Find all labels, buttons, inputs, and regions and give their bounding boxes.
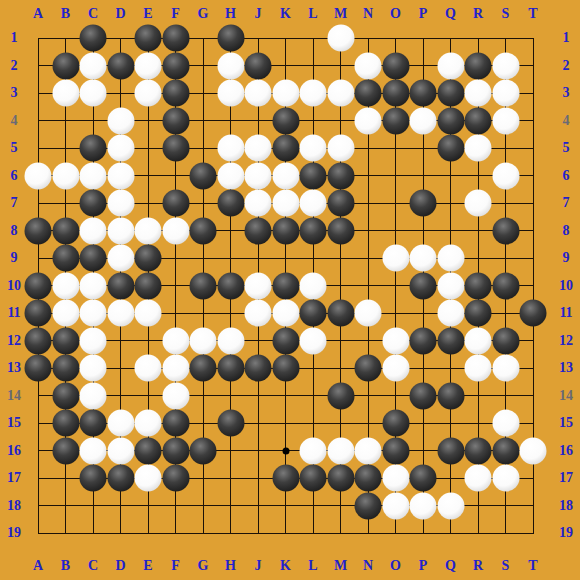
stone-white-A6[interactable]: [25, 162, 52, 189]
stone-white-H3[interactable]: [217, 80, 244, 107]
stone-white-N16[interactable]: [355, 437, 382, 464]
stone-black-E10[interactable]: [135, 272, 162, 299]
stone-black-C7[interactable]: [80, 190, 107, 217]
stone-black-G10[interactable]: [190, 272, 217, 299]
stone-black-L8[interactable]: [300, 217, 327, 244]
row-label-right: 19: [559, 526, 573, 540]
stone-white-S15[interactable]: [492, 410, 519, 437]
stone-white-H12[interactable]: [217, 327, 244, 354]
stone-white-P18[interactable]: [410, 492, 437, 519]
column-label-top: P: [419, 7, 428, 21]
stone-black-N13[interactable]: [355, 355, 382, 382]
column-label-bottom: T: [528, 559, 537, 573]
stone-white-C10[interactable]: [80, 272, 107, 299]
stone-white-C11[interactable]: [80, 300, 107, 327]
stone-white-C2[interactable]: [80, 52, 107, 79]
stone-black-E1[interactable]: [135, 25, 162, 52]
column-label-top: D: [115, 7, 125, 21]
column-label-bottom: N: [363, 559, 373, 573]
stone-white-B11[interactable]: [52, 300, 79, 327]
stone-black-H13[interactable]: [217, 355, 244, 382]
stone-black-A8[interactable]: [25, 217, 52, 244]
stone-black-N18[interactable]: [355, 492, 382, 519]
stone-white-L3[interactable]: [300, 80, 327, 107]
stone-black-K17[interactable]: [272, 465, 299, 492]
stone-black-R2[interactable]: [465, 52, 492, 79]
row-label-right: 18: [559, 499, 573, 513]
grid-line-horizontal: [38, 38, 534, 39]
stone-white-F8[interactable]: [162, 217, 189, 244]
column-label-bottom: E: [143, 559, 152, 573]
stone-black-A11[interactable]: [25, 300, 52, 327]
stone-black-B8[interactable]: [52, 217, 79, 244]
stone-white-F13[interactable]: [162, 355, 189, 382]
stone-black-E16[interactable]: [135, 437, 162, 464]
stone-black-B16[interactable]: [52, 437, 79, 464]
stone-black-P3[interactable]: [410, 80, 437, 107]
stone-black-R11[interactable]: [465, 300, 492, 327]
row-label-right: 17: [559, 471, 573, 485]
stone-black-C9[interactable]: [80, 245, 107, 272]
column-label-bottom: Q: [445, 559, 456, 573]
column-label-top: R: [473, 7, 483, 21]
stone-white-L7[interactable]: [300, 190, 327, 217]
stone-white-K7[interactable]: [272, 190, 299, 217]
row-label-right: 9: [563, 251, 570, 265]
row-label-right: 4: [563, 114, 570, 128]
stone-white-Q10[interactable]: [437, 272, 464, 299]
stone-white-C8[interactable]: [80, 217, 107, 244]
stone-black-K8[interactable]: [272, 217, 299, 244]
stone-white-O12[interactable]: [382, 327, 409, 354]
stone-black-B15[interactable]: [52, 410, 79, 437]
row-label-right: 5: [563, 141, 570, 155]
stone-black-K4[interactable]: [272, 107, 299, 134]
stone-black-K12[interactable]: [272, 327, 299, 354]
row-label-right: 15: [559, 416, 573, 430]
stone-white-E15[interactable]: [135, 410, 162, 437]
stone-black-B9[interactable]: [52, 245, 79, 272]
stone-black-O2[interactable]: [382, 52, 409, 79]
stone-white-K11[interactable]: [272, 300, 299, 327]
row-label-left: 6: [11, 169, 18, 183]
stone-white-G12[interactable]: [190, 327, 217, 354]
stone-white-D6[interactable]: [107, 162, 134, 189]
stone-white-N2[interactable]: [355, 52, 382, 79]
column-label-top: G: [198, 7, 209, 21]
stone-white-C14[interactable]: [80, 382, 107, 409]
stone-black-P12[interactable]: [410, 327, 437, 354]
stone-black-H1[interactable]: [217, 25, 244, 52]
stone-black-Q5[interactable]: [437, 135, 464, 162]
stone-white-O9[interactable]: [382, 245, 409, 272]
row-label-right: 12: [559, 334, 573, 348]
stone-black-G16[interactable]: [190, 437, 217, 464]
stone-white-L16[interactable]: [300, 437, 327, 464]
stone-white-P4[interactable]: [410, 107, 437, 134]
stone-white-S6[interactable]: [492, 162, 519, 189]
stone-white-O18[interactable]: [382, 492, 409, 519]
stone-black-S16[interactable]: [492, 437, 519, 464]
row-label-right: 1: [563, 31, 570, 45]
row-label-left: 4: [11, 114, 18, 128]
stone-white-S13[interactable]: [492, 355, 519, 382]
column-label-top: B: [61, 7, 70, 21]
stone-white-P9[interactable]: [410, 245, 437, 272]
row-label-left: 7: [11, 196, 18, 210]
row-label-left: 17: [7, 471, 21, 485]
stone-white-R7[interactable]: [465, 190, 492, 217]
stone-white-T16[interactable]: [520, 437, 547, 464]
stone-black-G8[interactable]: [190, 217, 217, 244]
column-label-top: S: [502, 7, 510, 21]
stone-white-E3[interactable]: [135, 80, 162, 107]
stone-white-E8[interactable]: [135, 217, 162, 244]
stone-white-C3[interactable]: [80, 80, 107, 107]
column-label-bottom: H: [225, 559, 236, 573]
column-label-bottom: C: [88, 559, 98, 573]
stone-white-Q11[interactable]: [437, 300, 464, 327]
stone-black-R16[interactable]: [465, 437, 492, 464]
column-label-bottom: D: [115, 559, 125, 573]
stone-black-C15[interactable]: [80, 410, 107, 437]
stone-white-C16[interactable]: [80, 437, 107, 464]
stone-black-K13[interactable]: [272, 355, 299, 382]
stone-black-F2[interactable]: [162, 52, 189, 79]
column-label-bottom: R: [473, 559, 483, 573]
row-label-right: 6: [563, 169, 570, 183]
stone-white-H5[interactable]: [217, 135, 244, 162]
stone-black-F16[interactable]: [162, 437, 189, 464]
stone-white-B10[interactable]: [52, 272, 79, 299]
stone-black-P14[interactable]: [410, 382, 437, 409]
column-label-top: K: [280, 7, 291, 21]
stone-black-Q16[interactable]: [437, 437, 464, 464]
row-label-left: 15: [7, 416, 21, 430]
stone-white-J6[interactable]: [245, 162, 272, 189]
stone-black-B12[interactable]: [52, 327, 79, 354]
stone-white-E2[interactable]: [135, 52, 162, 79]
row-label-left: 8: [11, 224, 18, 238]
stone-black-O15[interactable]: [382, 410, 409, 437]
stone-black-A12[interactable]: [25, 327, 52, 354]
stone-black-M7[interactable]: [327, 190, 354, 217]
row-label-right: 8: [563, 224, 570, 238]
stone-white-F12[interactable]: [162, 327, 189, 354]
column-label-bottom: J: [255, 559, 262, 573]
stone-black-H10[interactable]: [217, 272, 244, 299]
stone-white-L5[interactable]: [300, 135, 327, 162]
stone-white-E13[interactable]: [135, 355, 162, 382]
row-label-left: 18: [7, 499, 21, 513]
row-label-left: 19: [7, 526, 21, 540]
stone-black-F7[interactable]: [162, 190, 189, 217]
stone-white-H6[interactable]: [217, 162, 244, 189]
column-label-bottom: M: [334, 559, 347, 573]
column-label-top: N: [363, 7, 373, 21]
column-label-top: T: [528, 7, 537, 21]
stone-black-P10[interactable]: [410, 272, 437, 299]
column-label-bottom: B: [61, 559, 70, 573]
stone-white-S17[interactable]: [492, 465, 519, 492]
stone-white-J3[interactable]: [245, 80, 272, 107]
column-label-top: A: [33, 7, 43, 21]
stone-black-R10[interactable]: [465, 272, 492, 299]
stone-white-B3[interactable]: [52, 80, 79, 107]
stone-black-F15[interactable]: [162, 410, 189, 437]
stone-white-C12[interactable]: [80, 327, 107, 354]
stone-white-C6[interactable]: [80, 162, 107, 189]
row-label-left: 1: [11, 31, 18, 45]
stone-black-E9[interactable]: [135, 245, 162, 272]
stone-black-M6[interactable]: [327, 162, 354, 189]
stone-black-L17[interactable]: [300, 465, 327, 492]
stone-white-K3[interactable]: [272, 80, 299, 107]
row-label-right: 14: [559, 389, 573, 403]
stone-white-R17[interactable]: [465, 465, 492, 492]
stone-black-F4[interactable]: [162, 107, 189, 134]
stone-white-B6[interactable]: [52, 162, 79, 189]
column-label-top: O: [390, 7, 401, 21]
stone-white-S4[interactable]: [492, 107, 519, 134]
row-label-left: 9: [11, 251, 18, 265]
stone-white-R13[interactable]: [465, 355, 492, 382]
column-label-bottom: O: [390, 559, 401, 573]
stone-black-B2[interactable]: [52, 52, 79, 79]
stone-white-D7[interactable]: [107, 190, 134, 217]
stone-black-Q14[interactable]: [437, 382, 464, 409]
stone-black-M8[interactable]: [327, 217, 354, 244]
stone-black-O3[interactable]: [382, 80, 409, 107]
stone-white-C13[interactable]: [80, 355, 107, 382]
column-label-bottom: K: [280, 559, 291, 573]
stone-black-H7[interactable]: [217, 190, 244, 217]
stone-black-S12[interactable]: [492, 327, 519, 354]
row-label-right: 7: [563, 196, 570, 210]
stone-white-D15[interactable]: [107, 410, 134, 437]
stone-white-O17[interactable]: [382, 465, 409, 492]
column-label-top: H: [225, 7, 236, 21]
stone-black-O4[interactable]: [382, 107, 409, 134]
column-label-bottom: S: [502, 559, 510, 573]
stone-white-M1[interactable]: [327, 25, 354, 52]
stone-white-S3[interactable]: [492, 80, 519, 107]
stone-white-M3[interactable]: [327, 80, 354, 107]
stone-black-F5[interactable]: [162, 135, 189, 162]
column-label-top: C: [88, 7, 98, 21]
stone-black-N17[interactable]: [355, 465, 382, 492]
column-label-bottom: P: [419, 559, 428, 573]
column-label-bottom: A: [33, 559, 43, 573]
stone-white-R3[interactable]: [465, 80, 492, 107]
stone-white-N4[interactable]: [355, 107, 382, 134]
stone-white-J7[interactable]: [245, 190, 272, 217]
stone-black-F3[interactable]: [162, 80, 189, 107]
stone-black-G6[interactable]: [190, 162, 217, 189]
column-label-bottom: G: [198, 559, 209, 573]
row-label-left: 11: [7, 306, 20, 320]
stone-white-E11[interactable]: [135, 300, 162, 327]
stone-black-C17[interactable]: [80, 465, 107, 492]
stone-black-P7[interactable]: [410, 190, 437, 217]
stone-black-F17[interactable]: [162, 465, 189, 492]
row-label-left: 10: [7, 279, 21, 293]
column-label-top: L: [308, 7, 317, 21]
row-label-left: 2: [11, 59, 18, 73]
stone-white-O13[interactable]: [382, 355, 409, 382]
column-label-top: F: [171, 7, 180, 21]
stone-black-J2[interactable]: [245, 52, 272, 79]
stone-black-B13[interactable]: [52, 355, 79, 382]
stone-white-Q9[interactable]: [437, 245, 464, 272]
stone-white-J10[interactable]: [245, 272, 272, 299]
stone-black-F1[interactable]: [162, 25, 189, 52]
stone-black-J13[interactable]: [245, 355, 272, 382]
star-point: [282, 447, 289, 454]
stone-black-O16[interactable]: [382, 437, 409, 464]
stone-black-T11[interactable]: [520, 300, 547, 327]
stone-black-M14[interactable]: [327, 382, 354, 409]
stone-white-Q2[interactable]: [437, 52, 464, 79]
stone-black-K10[interactable]: [272, 272, 299, 299]
stone-black-M11[interactable]: [327, 300, 354, 327]
stone-black-K5[interactable]: [272, 135, 299, 162]
stone-white-D16[interactable]: [107, 437, 134, 464]
row-label-right: 10: [559, 279, 573, 293]
stone-black-Q4[interactable]: [437, 107, 464, 134]
stone-black-L6[interactable]: [300, 162, 327, 189]
stone-white-D11[interactable]: [107, 300, 134, 327]
stone-white-M16[interactable]: [327, 437, 354, 464]
column-label-bottom: L: [308, 559, 317, 573]
column-label-top: Q: [445, 7, 456, 21]
stone-black-R4[interactable]: [465, 107, 492, 134]
stone-black-C1[interactable]: [80, 25, 107, 52]
stone-black-A13[interactable]: [25, 355, 52, 382]
row-label-left: 12: [7, 334, 21, 348]
column-label-top: J: [255, 7, 262, 21]
stone-white-S2[interactable]: [492, 52, 519, 79]
stone-white-M5[interactable]: [327, 135, 354, 162]
stone-black-D2[interactable]: [107, 52, 134, 79]
stone-white-K6[interactable]: [272, 162, 299, 189]
stone-black-Q12[interactable]: [437, 327, 464, 354]
stone-white-E17[interactable]: [135, 465, 162, 492]
stone-white-F14[interactable]: [162, 382, 189, 409]
row-label-left: 3: [11, 86, 18, 100]
stone-black-H15[interactable]: [217, 410, 244, 437]
row-label-right: 11: [559, 306, 572, 320]
row-label-right: 3: [563, 86, 570, 100]
column-label-top: E: [143, 7, 152, 21]
row-label-left: 16: [7, 444, 21, 458]
stone-black-S10[interactable]: [492, 272, 519, 299]
row-label-left: 5: [11, 141, 18, 155]
stone-white-J5[interactable]: [245, 135, 272, 162]
stone-white-D4[interactable]: [107, 107, 134, 134]
stone-white-R5[interactable]: [465, 135, 492, 162]
stone-white-H2[interactable]: [217, 52, 244, 79]
column-label-top: M: [334, 7, 347, 21]
go-board[interactable]: AABBCCDDEEFFGGHHJJKKLLMMNNOOPPQQRRSSTT11…: [0, 0, 580, 580]
stone-black-J8[interactable]: [245, 217, 272, 244]
stone-white-R12[interactable]: [465, 327, 492, 354]
stone-black-N3[interactable]: [355, 80, 382, 107]
stone-white-D9[interactable]: [107, 245, 134, 272]
column-label-bottom: F: [171, 559, 180, 573]
stone-white-Q18[interactable]: [437, 492, 464, 519]
stone-black-L11[interactable]: [300, 300, 327, 327]
row-label-left: 14: [7, 389, 21, 403]
stone-white-D5[interactable]: [107, 135, 134, 162]
stone-black-C5[interactable]: [80, 135, 107, 162]
stone-black-G13[interactable]: [190, 355, 217, 382]
stone-black-P17[interactable]: [410, 465, 437, 492]
stone-white-L10[interactable]: [300, 272, 327, 299]
stone-black-S8[interactable]: [492, 217, 519, 244]
stone-white-D8[interactable]: [107, 217, 134, 244]
row-label-right: 2: [563, 59, 570, 73]
stone-black-Q3[interactable]: [437, 80, 464, 107]
stone-white-N11[interactable]: [355, 300, 382, 327]
stone-black-B14[interactable]: [52, 382, 79, 409]
stone-white-J11[interactable]: [245, 300, 272, 327]
stone-black-D10[interactable]: [107, 272, 134, 299]
row-label-right: 16: [559, 444, 573, 458]
stone-black-A10[interactable]: [25, 272, 52, 299]
stone-black-D17[interactable]: [107, 465, 134, 492]
stone-black-M17[interactable]: [327, 465, 354, 492]
stone-white-L12[interactable]: [300, 327, 327, 354]
grid-line-horizontal: [38, 533, 534, 534]
row-label-left: 13: [7, 361, 21, 375]
row-label-right: 13: [559, 361, 573, 375]
